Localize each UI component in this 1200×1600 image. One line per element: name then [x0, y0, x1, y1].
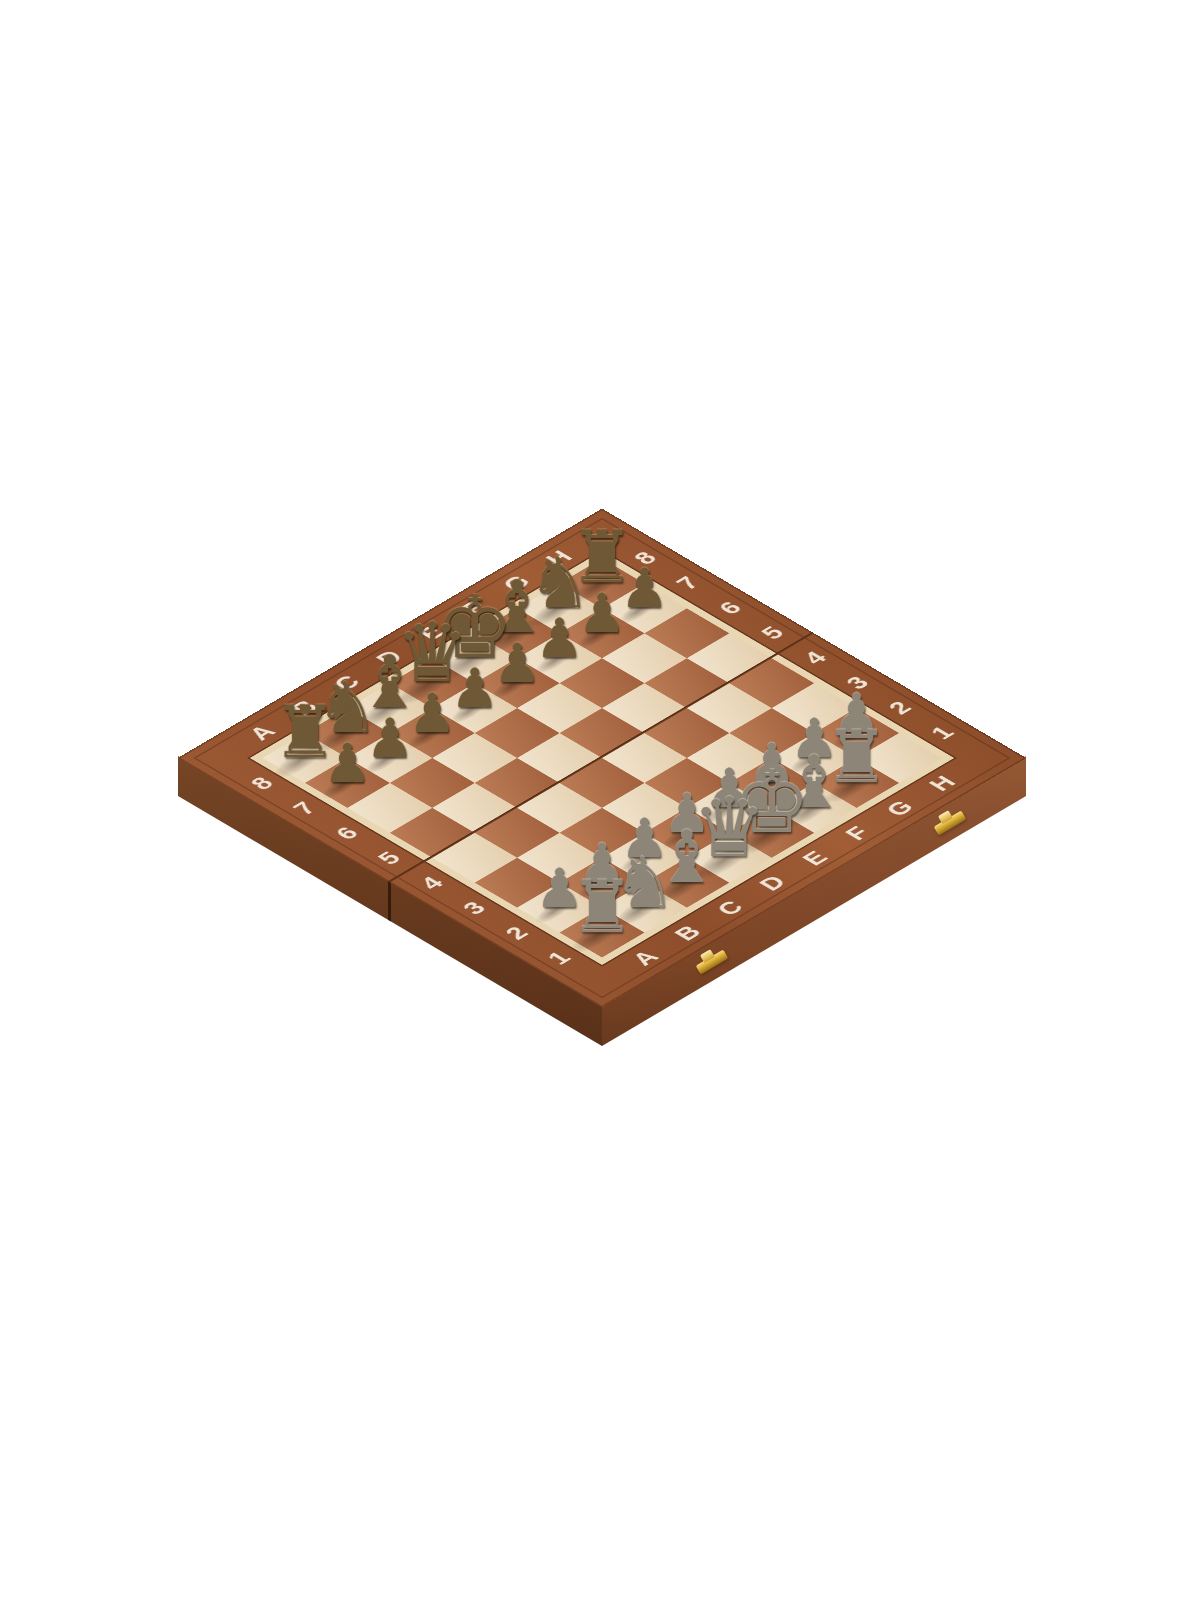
- piece-black-pawn-e7: ♟: [493, 637, 541, 691]
- product-photo: AABBCCDDEEFFGGHH1122334455667788 ♜♞♟♝♟♚♟…: [0, 0, 1200, 1600]
- brass-clasp-2: [933, 810, 966, 835]
- piece-black-pawn-g7: ♟: [578, 587, 626, 641]
- piece-black-pawn-d7: ♟: [451, 662, 499, 716]
- brass-clasp-1: [696, 950, 729, 975]
- piece-black-pawn-b7: ♟: [366, 712, 414, 766]
- piece-black-pawn-c7: ♟: [408, 687, 456, 741]
- piece-white-rook-a1: ♜: [570, 871, 635, 943]
- piece-black-pawn-h7: ♟: [620, 562, 668, 616]
- fold-seam-side: [388, 882, 391, 924]
- piece-black-pawn-a7: ♟: [323, 736, 371, 790]
- piece-black-pawn-f7: ♟: [535, 612, 583, 666]
